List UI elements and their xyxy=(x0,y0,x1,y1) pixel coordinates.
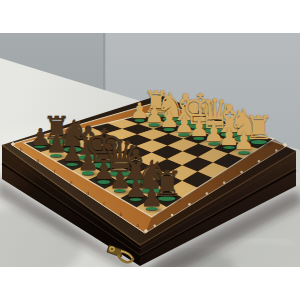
product-photo: abcdefgh ♟♟♟♟♟♟♟♟♜♞♝♛♚♝♞♜♟♟♟♟♟♟♟♟♜♞♝♛♚♝♞… xyxy=(0,0,300,300)
scene: abcdefgh xyxy=(0,33,300,267)
wall-corner-line xyxy=(103,33,105,95)
photo-area: abcdefgh xyxy=(0,33,300,267)
